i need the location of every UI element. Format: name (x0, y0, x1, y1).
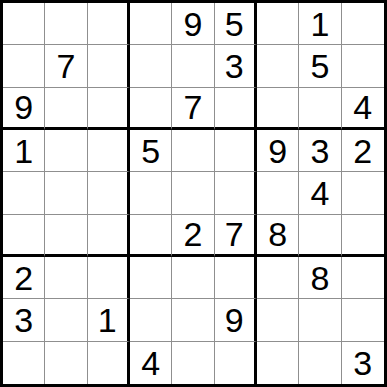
cell-r6c3[interactable] (88, 215, 130, 257)
cell-r3c1[interactable]: 9 (3, 88, 45, 130)
cell-r3c9[interactable]: 4 (342, 88, 384, 130)
cell-r1c2[interactable] (45, 3, 87, 45)
sudoku-board: 9517359741593242782831943 (0, 0, 387, 387)
cell-r9c9[interactable]: 3 (342, 342, 384, 384)
cell-r5c4[interactable] (130, 172, 172, 214)
cell-r9c5[interactable] (172, 342, 214, 384)
cell-r9c7[interactable] (257, 342, 299, 384)
cell-r4c8[interactable]: 3 (299, 130, 341, 172)
cell-r9c2[interactable] (45, 342, 87, 384)
cell-r4c6[interactable] (215, 130, 257, 172)
cell-r9c3[interactable] (88, 342, 130, 384)
cell-r6c8[interactable] (299, 215, 341, 257)
cell-r1c8[interactable]: 1 (299, 3, 341, 45)
cell-r4c1[interactable]: 1 (3, 130, 45, 172)
cell-r1c6[interactable]: 5 (215, 3, 257, 45)
cell-r8c4[interactable] (130, 299, 172, 341)
cell-r5c9[interactable] (342, 172, 384, 214)
cell-r6c9[interactable] (342, 215, 384, 257)
cell-r2c9[interactable] (342, 45, 384, 87)
cell-r2c2[interactable]: 7 (45, 45, 87, 87)
cell-r2c3[interactable] (88, 45, 130, 87)
cell-r7c4[interactable] (130, 257, 172, 299)
cell-r7c3[interactable] (88, 257, 130, 299)
cell-r3c6[interactable] (215, 88, 257, 130)
cell-r6c4[interactable] (130, 215, 172, 257)
cell-r4c4[interactable]: 5 (130, 130, 172, 172)
cell-r8c6[interactable]: 9 (215, 299, 257, 341)
cell-r5c3[interactable] (88, 172, 130, 214)
sudoku-page: 9517359741593242782831943 (0, 0, 387, 387)
cell-r2c5[interactable] (172, 45, 214, 87)
cell-r1c7[interactable] (257, 3, 299, 45)
cell-r4c2[interactable] (45, 130, 87, 172)
cell-r1c9[interactable] (342, 3, 384, 45)
cell-r6c5[interactable]: 2 (172, 215, 214, 257)
cell-r8c1[interactable]: 3 (3, 299, 45, 341)
cell-r7c6[interactable] (215, 257, 257, 299)
cell-r1c5[interactable]: 9 (172, 3, 214, 45)
cell-r9c4[interactable]: 4 (130, 342, 172, 384)
cell-r2c7[interactable] (257, 45, 299, 87)
cell-r8c5[interactable] (172, 299, 214, 341)
cell-r7c5[interactable] (172, 257, 214, 299)
cell-r4c7[interactable]: 9 (257, 130, 299, 172)
cell-r8c9[interactable] (342, 299, 384, 341)
cell-r2c4[interactable] (130, 45, 172, 87)
cell-r3c8[interactable] (299, 88, 341, 130)
cell-r9c6[interactable] (215, 342, 257, 384)
cell-r6c6[interactable]: 7 (215, 215, 257, 257)
cell-r5c5[interactable] (172, 172, 214, 214)
cell-r7c1[interactable]: 2 (3, 257, 45, 299)
cell-r5c8[interactable]: 4 (299, 172, 341, 214)
cell-r7c7[interactable] (257, 257, 299, 299)
cell-r5c2[interactable] (45, 172, 87, 214)
cell-r1c3[interactable] (88, 3, 130, 45)
cell-r8c8[interactable] (299, 299, 341, 341)
cell-r7c8[interactable]: 8 (299, 257, 341, 299)
cell-r6c7[interactable]: 8 (257, 215, 299, 257)
cell-r2c1[interactable] (3, 45, 45, 87)
cell-r8c7[interactable] (257, 299, 299, 341)
cell-r3c3[interactable] (88, 88, 130, 130)
cell-r3c5[interactable]: 7 (172, 88, 214, 130)
cell-r5c1[interactable] (3, 172, 45, 214)
cell-r4c9[interactable]: 2 (342, 130, 384, 172)
cell-r2c6[interactable]: 3 (215, 45, 257, 87)
cell-r9c8[interactable] (299, 342, 341, 384)
cell-r4c3[interactable] (88, 130, 130, 172)
cell-r4c5[interactable] (172, 130, 214, 172)
cell-r7c2[interactable] (45, 257, 87, 299)
cell-r5c6[interactable] (215, 172, 257, 214)
cell-r5c7[interactable] (257, 172, 299, 214)
cell-r8c3[interactable]: 1 (88, 299, 130, 341)
cell-r7c9[interactable] (342, 257, 384, 299)
cell-r3c4[interactable] (130, 88, 172, 130)
cell-r6c2[interactable] (45, 215, 87, 257)
cell-r1c1[interactable] (3, 3, 45, 45)
cell-r1c4[interactable] (130, 3, 172, 45)
cell-r2c8[interactable]: 5 (299, 45, 341, 87)
cell-r3c2[interactable] (45, 88, 87, 130)
cell-r8c2[interactable] (45, 299, 87, 341)
cell-r9c1[interactable] (3, 342, 45, 384)
cell-r6c1[interactable] (3, 215, 45, 257)
cell-r3c7[interactable] (257, 88, 299, 130)
